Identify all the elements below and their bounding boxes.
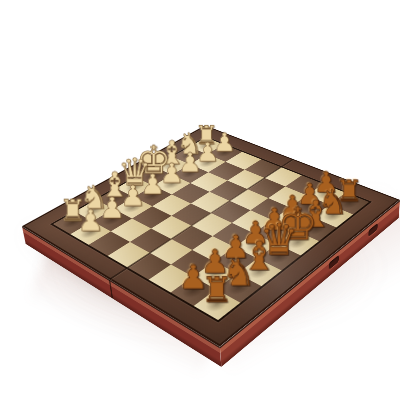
pawn-glyph: ♟ (77, 206, 104, 236)
piece-black-rook-a8: ♜ (191, 269, 243, 304)
hinge-notch-1 (329, 254, 339, 269)
fold-seam-side (109, 279, 113, 299)
scene-3d: ♜♞♝♛♚♝♞♜♟♟♟♟♟♟♟♟♟♟♟♟♟♟♟♟♜♞♝♛♚♝♞♜ (0, 0, 400, 400)
hinge-notch-2 (368, 223, 377, 237)
product-photo-stage: ♜♞♝♛♚♝♞♜♟♟♟♟♟♟♟♟♟♟♟♟♟♟♟♟♜♞♝♛♚♝♞♜ (0, 0, 400, 400)
piece-white-pawn-a2: ♟ (68, 203, 113, 233)
rook-glyph: ♜ (201, 272, 233, 307)
chess-board: ♜♞♝♛♚♝♞♜♟♟♟♟♟♟♟♟♟♟♟♟♟♟♟♟♜♞♝♛♚♝♞♜ (22, 125, 400, 346)
